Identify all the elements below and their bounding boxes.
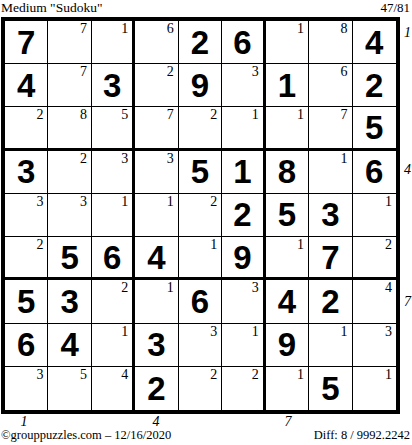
cell-r6c6[interactable]: 9 [222,237,265,280]
cell-r4c8[interactable]: 1 [309,151,352,194]
cell-value: 3 [48,280,90,322]
cell-value: 4 [48,324,90,366]
cell-value: 5 [266,194,308,236]
cell-r2c1[interactable]: 4 [5,64,48,107]
pencil-mark: 3 [36,367,43,382]
cell-value: 4 [266,280,308,322]
cell-value: 2 [135,367,177,410]
cell-r6c1[interactable]: 2 [5,237,48,280]
cell-r2c7[interactable]: 1 [266,64,309,107]
cell-value: 4 [353,21,396,63]
cell-r9c3[interactable]: 4 [92,367,135,410]
cell-r3c7[interactable]: 1 [266,107,309,150]
cell-value: 6 [5,324,47,366]
cell-r9c9[interactable]: 1 [353,367,396,410]
cell-r7c8[interactable]: 2 [309,280,352,323]
cell-r3c8[interactable]: 7 [309,107,352,150]
cell-r2c2[interactable]: 7 [48,64,91,107]
cell-r3c2[interactable]: 8 [48,107,91,150]
pencil-mark: 1 [341,151,348,166]
cell-value: 2 [222,194,262,236]
pencil-mark: 2 [167,64,174,79]
cell-value: 5 [179,151,221,193]
cell-r9c7[interactable]: 1 [266,367,309,410]
cell-value: 5 [309,367,351,410]
cell-value: 3 [135,324,177,366]
cell-r1c3[interactable]: 1 [92,21,135,64]
pencil-mark: 1 [297,367,304,382]
cell-r2c3[interactable]: 3 [92,64,135,107]
pencil-mark: 3 [167,151,174,166]
cell-r8c2[interactable]: 4 [48,324,91,367]
pencil-mark: 7 [80,64,87,79]
cell-r1c1[interactable]: 7 [5,21,48,64]
cell-value: 9 [179,64,221,106]
pencil-mark: 2 [36,107,43,122]
col-label-1: 1 [21,415,28,429]
pencil-mark: 3 [36,194,43,209]
cell-value: 5 [48,237,90,277]
cell-r6c3[interactable]: 6 [92,237,135,280]
cell-r7c5[interactable]: 6 [179,280,222,323]
cell-value: 8 [266,151,308,193]
cell-value: 6 [353,151,396,193]
sudoku-board: 7716261844732931622857211753233518163311… [1,17,400,414]
cell-r4c6[interactable]: 1 [222,151,265,194]
cell-value: 2 [309,280,351,322]
cell-value: 6 [92,237,132,277]
cell-r8c6[interactable]: 1 [222,324,265,367]
cell-value: 9 [222,237,262,277]
cell-r4c9[interactable]: 6 [353,151,396,194]
cell-r3c1[interactable]: 2 [5,107,48,150]
cell-value: 3 [309,194,351,236]
cell-r4c4[interactable]: 3 [135,151,178,194]
cell-value: 4 [135,237,177,277]
cell-r7c6[interactable]: 3 [222,280,265,323]
pencil-mark: 6 [341,64,348,79]
cell-r2c5[interactable]: 9 [179,64,222,107]
cell-r3c9[interactable]: 5 [353,107,396,150]
pencil-mark: 1 [167,194,174,209]
cell-value: 1 [222,151,262,193]
pencil-mark: 2 [210,194,217,209]
cell-r6c2[interactable]: 5 [48,237,91,280]
pencil-mark: 1 [210,237,217,252]
cell-r5c9[interactable]: 1 [353,194,396,237]
pencil-mark: 8 [80,107,87,122]
pencil-mark: 4 [121,367,128,382]
pencil-mark: 3 [252,280,259,295]
cell-r5c1[interactable]: 3 [5,194,48,237]
pencil-mark: 1 [297,21,304,36]
cell-r5c6[interactable]: 2 [222,194,265,237]
cell-r7c9[interactable]: 4 [353,280,396,323]
cell-r2c6[interactable]: 3 [222,64,265,107]
cell-r7c2[interactable]: 3 [48,280,91,323]
cell-r9c1[interactable]: 3 [5,367,48,410]
cell-r5c3[interactable]: 1 [92,194,135,237]
cell-r1c6[interactable]: 6 [222,21,265,64]
pencil-mark: 1 [385,194,392,209]
cell-r1c5[interactable]: 2 [179,21,222,64]
cell-r6c4[interactable]: 4 [135,237,178,280]
copyright-text: ©grouppuzzles.com – 12/16/2020 [1,428,171,443]
pencil-mark: 1 [385,367,392,382]
cell-r5c2[interactable]: 3 [48,194,91,237]
pencil-mark: 1 [167,280,174,295]
cell-r2c4[interactable]: 2 [135,64,178,107]
puzzle-title: Medium "Sudoku" [1,0,102,16]
pencil-mark: 1 [341,324,348,339]
pencil-mark: 1 [297,237,304,252]
cell-r5c7[interactable]: 5 [266,194,309,237]
difficulty-text: Diff: 8 / 9992.2242 [314,428,410,443]
cell-value: 5 [5,280,47,322]
cell-r6c8[interactable]: 7 [309,237,352,280]
cell-r3c4[interactable]: 7 [135,107,178,150]
cell-value: 3 [5,151,47,193]
col-label-4: 4 [153,415,160,429]
cell-r4c7[interactable]: 8 [266,151,309,194]
pencil-mark: 5 [80,367,87,382]
cell-r2c8[interactable]: 6 [309,64,352,107]
pencil-mark: 2 [121,280,128,295]
pencil-mark: 1 [121,21,128,36]
cell-r5c5[interactable]: 2 [179,194,222,237]
cell-r1c8[interactable]: 8 [309,21,352,64]
cell-r8c7[interactable]: 9 [266,324,309,367]
pencil-mark: 3 [252,64,259,79]
pencil-mark: 4 [385,280,392,295]
cell-value: 3 [92,64,132,106]
cell-r7c4[interactable]: 1 [135,280,178,323]
cell-value: 2 [179,21,221,63]
pencil-mark: 2 [210,367,217,382]
pencil-mark: 1 [121,194,128,209]
pencil-mark: 7 [80,21,87,36]
cell-r1c2[interactable]: 7 [48,21,91,64]
cell-r8c5[interactable]: 3 [179,324,222,367]
cell-r7c7[interactable]: 4 [266,280,309,323]
cell-r5c8[interactable]: 3 [309,194,352,237]
pencil-mark: 3 [385,324,392,339]
puzzle-page: Medium "Sudoku" 47/81 771626184473293162… [0,0,412,445]
cell-value: 4 [5,64,47,106]
cell-value: 2 [353,64,396,106]
pencil-mark: 2 [80,151,87,166]
pencil-mark: 8 [341,21,348,36]
cell-r5c4[interactable]: 1 [135,194,178,237]
pencil-mark: 5 [121,107,128,122]
cell-r4c2[interactable]: 2 [48,151,91,194]
pencil-mark: 1 [252,324,259,339]
cell-r1c7[interactable]: 1 [266,21,309,64]
pencil-mark: 1 [297,107,304,122]
cell-value: 7 [5,21,47,63]
pencil-mark: 7 [341,107,348,122]
cell-r8c9[interactable]: 3 [353,324,396,367]
pencil-mark: 2 [36,237,43,252]
pencil-mark: 3 [80,194,87,209]
pencil-mark: 2 [210,107,217,122]
cell-r9c4[interactable]: 2 [135,367,178,410]
cell-r8c1[interactable]: 6 [5,324,48,367]
cell-value: 1 [266,64,308,106]
progress-counter: 47/81 [380,0,410,16]
cell-value: 9 [266,324,308,366]
pencil-mark: 3 [210,324,217,339]
cell-r8c4[interactable]: 3 [135,324,178,367]
cell-r7c3[interactable]: 2 [92,280,135,323]
cell-r8c8[interactable]: 1 [309,324,352,367]
cell-r3c3[interactable]: 5 [92,107,135,150]
cell-r6c7[interactable]: 1 [266,237,309,280]
cell-r9c5[interactable]: 2 [179,367,222,410]
cell-r6c9[interactable]: 2 [353,237,396,280]
pencil-mark: 2 [252,367,259,382]
cell-value: 7 [309,237,351,277]
cell-r4c1[interactable]: 3 [5,151,48,194]
cell-value: 6 [222,21,262,63]
pencil-mark: 2 [385,237,392,252]
cell-r9c6[interactable]: 2 [222,367,265,410]
cell-value: 5 [353,107,396,147]
cell-r8c3[interactable]: 1 [92,324,135,367]
pencil-mark: 1 [252,107,259,122]
cell-r2c9[interactable]: 2 [353,64,396,107]
cell-r7c1[interactable]: 5 [5,280,48,323]
pencil-mark: 6 [167,21,174,36]
row-label-4: 4 [404,163,411,177]
col-label-7: 7 [285,415,292,429]
pencil-mark: 7 [167,107,174,122]
row-label-7: 7 [404,295,411,309]
cell-r4c3[interactable]: 3 [92,151,135,194]
cell-r3c6[interactable]: 1 [222,107,265,150]
cell-r3c5[interactable]: 2 [179,107,222,150]
cell-r9c2[interactable]: 5 [48,367,91,410]
cell-r4c5[interactable]: 5 [179,151,222,194]
cell-r1c4[interactable]: 6 [135,21,178,64]
cell-r1c9[interactable]: 4 [353,21,396,64]
pencil-mark: 3 [121,151,128,166]
cell-r9c8[interactable]: 5 [309,367,352,410]
cell-r6c5[interactable]: 1 [179,237,222,280]
pencil-mark: 1 [121,324,128,339]
cell-value: 6 [179,280,221,322]
row-label-1: 1 [404,26,411,40]
